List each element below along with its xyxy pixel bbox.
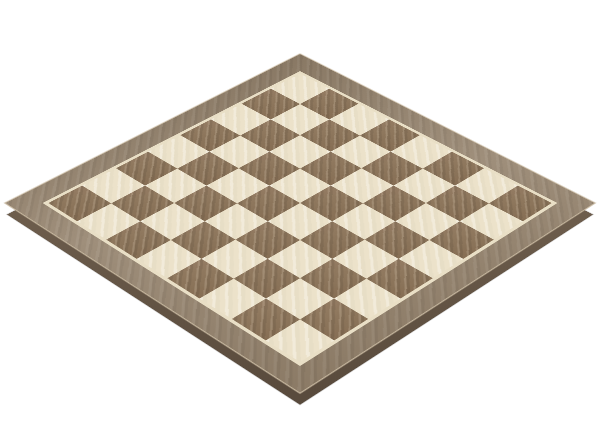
square-d2: [171, 221, 236, 259]
square-c2: [141, 203, 205, 240]
square-d3: [204, 203, 268, 240]
board-frame: [6, 54, 594, 392]
square-c1: [106, 221, 171, 259]
square-f1: [199, 278, 266, 319]
square-b1: [77, 203, 141, 240]
square-e1: [167, 259, 233, 299]
square-g6: [396, 203, 460, 240]
square-g2: [266, 278, 333, 319]
board-squares: [48, 74, 551, 362]
square-e2: [202, 240, 267, 279]
square-f3: [267, 240, 332, 279]
square-h5: [398, 240, 463, 279]
square-f5: [332, 203, 396, 240]
square-h1: [265, 319, 334, 362]
square-f2: [234, 259, 300, 299]
square-e4: [268, 203, 332, 240]
square-e3: [235, 221, 300, 259]
square-h7: [459, 203, 523, 240]
square-f4: [300, 221, 365, 259]
square-g4: [333, 240, 398, 279]
square-g5: [365, 221, 430, 259]
product-photo: [0, 0, 600, 440]
square-g1: [232, 298, 300, 340]
square-g3: [300, 259, 366, 299]
chessboard: [6, 54, 594, 392]
square-h2: [300, 298, 368, 340]
square-h4: [366, 259, 432, 299]
square-h6: [429, 221, 494, 259]
square-d1: [136, 240, 201, 279]
square-h3: [334, 278, 401, 319]
